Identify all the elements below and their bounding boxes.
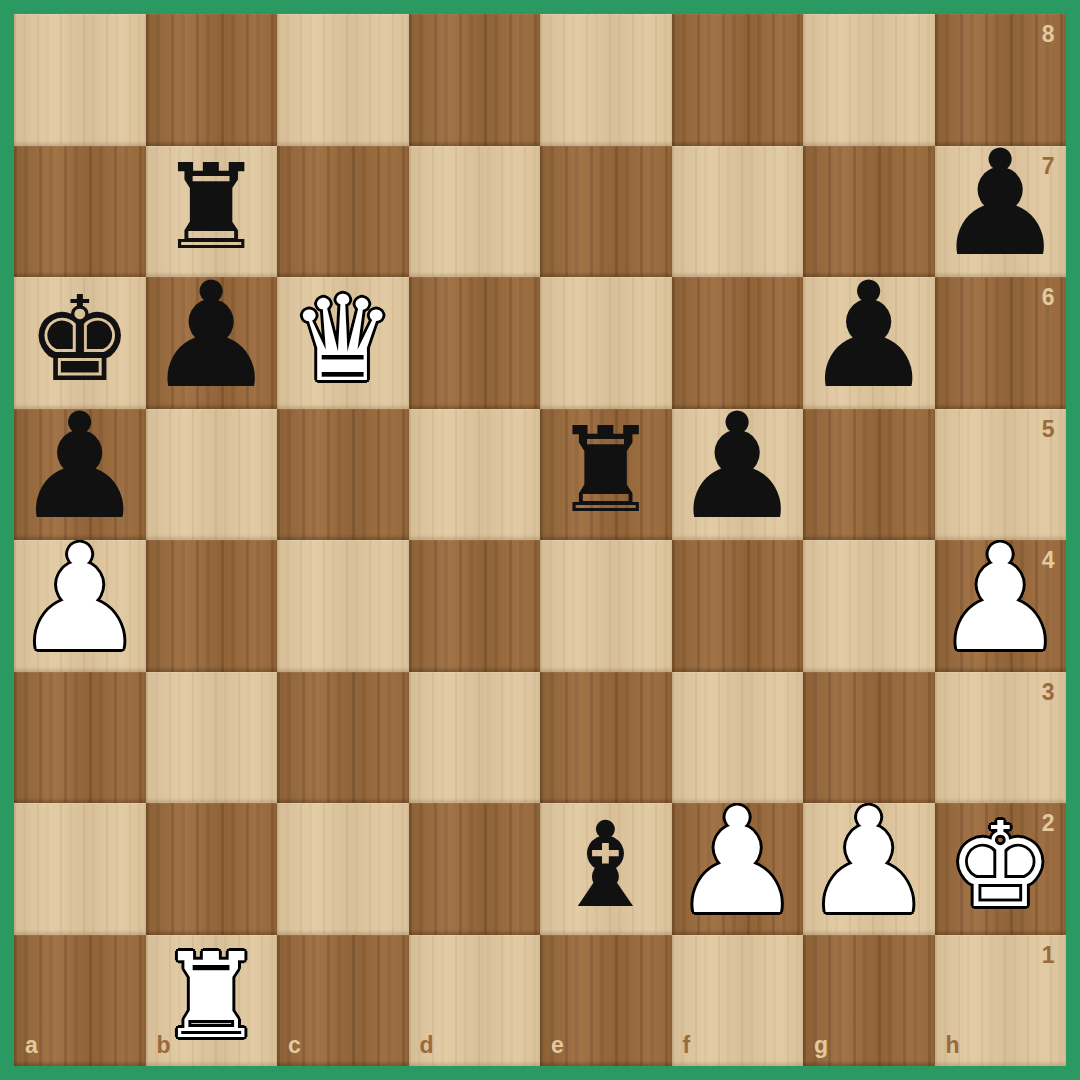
file-label-e: e	[551, 1032, 564, 1059]
square-g5[interactable]	[803, 409, 935, 541]
square-e7[interactable]	[540, 146, 672, 278]
square-d8[interactable]	[409, 14, 541, 146]
rank-label-4: 4	[1042, 547, 1055, 574]
square-h2[interactable]: ♚2	[935, 803, 1067, 935]
square-e2[interactable]: ♝	[540, 803, 672, 935]
square-h1[interactable]: h1	[935, 935, 1067, 1067]
square-h7[interactable]: ♟7	[935, 146, 1067, 278]
square-a6[interactable]: ♚	[14, 277, 146, 409]
square-h5[interactable]: 5	[935, 409, 1067, 541]
piece-black-pawn[interactable]: ♟	[146, 277, 278, 401]
file-label-f: f	[683, 1032, 691, 1059]
square-a8[interactable]	[14, 14, 146, 146]
file-label-g: g	[814, 1032, 829, 1059]
rank-label-5: 5	[1042, 416, 1055, 443]
square-h8[interactable]: 8	[935, 14, 1067, 146]
square-e5[interactable]: ♜	[540, 409, 672, 541]
piece-white-queen[interactable]: ♛	[277, 277, 409, 405]
rank-label-8: 8	[1042, 21, 1055, 48]
square-c7[interactable]	[277, 146, 409, 278]
square-a2[interactable]	[14, 803, 146, 935]
square-f3[interactable]	[672, 672, 804, 804]
rank-label-2: 2	[1042, 810, 1055, 837]
square-f2[interactable]: ♟	[672, 803, 804, 935]
square-b5[interactable]	[146, 409, 278, 541]
piece-white-pawn[interactable]: ♟	[672, 803, 804, 927]
file-label-d: d	[420, 1032, 435, 1059]
square-e1[interactable]: e	[540, 935, 672, 1067]
square-c4[interactable]	[277, 540, 409, 672]
square-b1[interactable]: ♜b	[146, 935, 278, 1067]
square-a7[interactable]	[14, 146, 146, 278]
piece-black-rook[interactable]: ♜	[146, 146, 278, 274]
square-g2[interactable]: ♟	[803, 803, 935, 935]
file-label-a: a	[25, 1032, 38, 1059]
piece-white-pawn[interactable]: ♟	[803, 803, 935, 927]
square-g6[interactable]: ♟	[803, 277, 935, 409]
square-c1[interactable]: c	[277, 935, 409, 1067]
square-a4[interactable]: ♟	[14, 540, 146, 672]
square-b7[interactable]: ♜	[146, 146, 278, 278]
square-b2[interactable]	[146, 803, 278, 935]
file-label-c: c	[288, 1032, 301, 1059]
square-g1[interactable]: g	[803, 935, 935, 1067]
square-a1[interactable]: a	[14, 935, 146, 1067]
square-e4[interactable]	[540, 540, 672, 672]
square-d4[interactable]	[409, 540, 541, 672]
rank-label-7: 7	[1042, 153, 1055, 180]
square-e8[interactable]	[540, 14, 672, 146]
chess-board: 8♜♟7♚♟♛♟6♟♜♟5♟♟43♝♟♟♚2a♜bcdefgh1	[14, 14, 1066, 1066]
square-g8[interactable]	[803, 14, 935, 146]
piece-white-pawn[interactable]: ♟	[14, 540, 146, 664]
square-f6[interactable]	[672, 277, 804, 409]
rank-label-6: 6	[1042, 284, 1055, 311]
square-d7[interactable]	[409, 146, 541, 278]
square-b3[interactable]	[146, 672, 278, 804]
square-d2[interactable]	[409, 803, 541, 935]
square-d1[interactable]: d	[409, 935, 541, 1067]
square-f4[interactable]	[672, 540, 804, 672]
square-g7[interactable]	[803, 146, 935, 278]
square-f8[interactable]	[672, 14, 804, 146]
square-d5[interactable]	[409, 409, 541, 541]
square-f1[interactable]: f	[672, 935, 804, 1067]
piece-black-pawn[interactable]: ♟	[803, 277, 935, 401]
piece-black-bishop[interactable]: ♝	[540, 803, 672, 931]
square-c5[interactable]	[277, 409, 409, 541]
square-g4[interactable]	[803, 540, 935, 672]
square-c8[interactable]	[277, 14, 409, 146]
file-label-b: b	[157, 1032, 172, 1059]
square-c6[interactable]: ♛	[277, 277, 409, 409]
square-b8[interactable]	[146, 14, 278, 146]
square-e6[interactable]	[540, 277, 672, 409]
square-c2[interactable]	[277, 803, 409, 935]
square-g3[interactable]	[803, 672, 935, 804]
square-a5[interactable]: ♟	[14, 409, 146, 541]
square-h4[interactable]: ♟4	[935, 540, 1067, 672]
piece-black-pawn[interactable]: ♟	[672, 409, 804, 533]
square-c3[interactable]	[277, 672, 409, 804]
square-d3[interactable]	[409, 672, 541, 804]
piece-black-pawn[interactable]: ♟	[14, 409, 146, 533]
rank-label-3: 3	[1042, 679, 1055, 706]
square-a3[interactable]	[14, 672, 146, 804]
square-f7[interactable]	[672, 146, 804, 278]
square-e3[interactable]	[540, 672, 672, 804]
square-h3[interactable]: 3	[935, 672, 1067, 804]
file-label-h: h	[946, 1032, 961, 1059]
square-h6[interactable]: 6	[935, 277, 1067, 409]
piece-black-king[interactable]: ♚	[14, 277, 146, 405]
rank-label-1: 1	[1042, 942, 1055, 969]
square-b4[interactable]	[146, 540, 278, 672]
square-d6[interactable]	[409, 277, 541, 409]
square-f5[interactable]: ♟	[672, 409, 804, 541]
square-b6[interactable]: ♟	[146, 277, 278, 409]
board-frame: 8♜♟7♚♟♛♟6♟♜♟5♟♟43♝♟♟♚2a♜bcdefgh1	[0, 0, 1080, 1080]
piece-black-rook[interactable]: ♜	[540, 409, 672, 537]
